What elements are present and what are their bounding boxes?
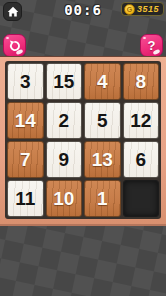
tile-11[interactable]: 11 [7,180,44,217]
tile-10[interactable]: 10 [46,180,83,217]
restart-button[interactable] [3,34,26,57]
tile-14[interactable]: 14 [7,102,44,139]
tile-number: 10 [53,189,74,208]
tile-number: 2 [58,111,69,130]
tile-5[interactable]: 5 [84,102,121,139]
tile-6[interactable]: 6 [123,141,160,178]
tile-number: 5 [97,111,108,130]
tile-number: 13 [92,150,113,169]
puzzle-board: 315481425127913611101 [0,56,166,226]
puzzle-grid: 315481425127913611101 [5,61,161,219]
tile-1[interactable]: 1 [84,180,121,217]
tile-2[interactable]: 2 [46,102,83,139]
hint-question-mark: ? [148,39,156,52]
coin-counter[interactable]: G 3515 [121,2,164,16]
home-icon [7,6,19,18]
home-button[interactable] [3,2,22,21]
tile-number: 14 [15,111,36,130]
tile-13[interactable]: 13 [84,141,121,178]
tile-number: 9 [58,150,69,169]
tile-number: 7 [20,150,31,169]
tile-9[interactable]: 9 [46,141,83,178]
tile-15[interactable]: 15 [46,63,83,100]
hint-button[interactable]: ? [140,34,163,57]
tile-number: 15 [53,72,74,91]
game-screen: 00:6 G 3515 ? 315481425127913611101 [0,0,166,296]
tile-7[interactable]: 7 [7,141,44,178]
tile-8[interactable]: 8 [123,63,160,100]
restart-icon [8,39,22,53]
tile-4[interactable]: 4 [84,63,121,100]
tile-3[interactable]: 3 [7,63,44,100]
tile-number: 8 [135,72,146,91]
empty-cell [123,180,160,217]
tile-12[interactable]: 12 [123,102,160,139]
tile-number: 1 [97,189,108,208]
timer: 00:6 [64,2,102,18]
coin-count: 3515 [137,4,159,14]
coin-icon: G [124,4,135,15]
tile-number: 4 [97,72,108,91]
tile-number: 3 [20,72,31,91]
tile-number: 6 [135,150,146,169]
tile-number: 11 [15,189,35,208]
tile-number: 12 [130,111,151,130]
